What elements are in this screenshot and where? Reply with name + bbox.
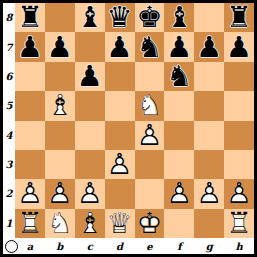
- square-b3[interactable]: [45, 150, 75, 179]
- black-queen-icon[interactable]: ♛: [105, 3, 135, 32]
- black-pawn-icon[interactable]: ♟: [194, 32, 224, 61]
- square-h4[interactable]: [224, 121, 254, 150]
- black-pawn-icon[interactable]: ♟: [75, 62, 105, 91]
- square-f5[interactable]: [164, 91, 194, 120]
- rank-label-1: 1: [3, 209, 15, 238]
- white-pawn-icon[interactable]: ♟♙: [45, 179, 75, 208]
- white-pawn-icon[interactable]: ♟♙: [194, 179, 224, 208]
- square-g2[interactable]: ♟♙: [194, 179, 224, 208]
- piece-outline-layer: ♙: [194, 179, 224, 208]
- square-d5[interactable]: [105, 91, 135, 120]
- square-a7[interactable]: ♟: [15, 32, 45, 61]
- square-b1[interactable]: ♞♘: [45, 209, 75, 238]
- black-bishop-icon[interactable]: ♝: [75, 3, 105, 32]
- square-h7[interactable]: ♟: [224, 32, 254, 61]
- square-d2[interactable]: [105, 179, 135, 208]
- square-e8[interactable]: ♚: [135, 3, 165, 32]
- black-rook-icon[interactable]: ♜: [15, 3, 45, 32]
- rank-label-2: 2: [3, 179, 15, 208]
- white-pawn-icon[interactable]: ♟♙: [135, 121, 165, 150]
- square-b6[interactable]: [45, 62, 75, 91]
- square-c7[interactable]: [75, 32, 105, 61]
- rank-label-6: 6: [3, 62, 15, 91]
- black-bishop-icon[interactable]: ♝: [164, 3, 194, 32]
- square-g5[interactable]: [194, 91, 224, 120]
- square-a2[interactable]: ♟♙: [15, 179, 45, 208]
- piece-outline-layer: ♔: [135, 209, 165, 238]
- square-b2[interactable]: ♟♙: [45, 179, 75, 208]
- white-bishop-icon[interactable]: ♝♗: [75, 209, 105, 238]
- piece-outline-layer: ♙: [45, 179, 75, 208]
- square-h2[interactable]: ♟♙: [224, 179, 254, 208]
- chess-diagram: 8♜♝♛♚♝♜7♟♟♟♞♟♟♟6♟♞5♝♗♞♘4♟♙3♟♙2♟♙♟♙♟♙♟♙♟♙…: [0, 0, 257, 257]
- piece-outline-layer: ♙: [15, 179, 45, 208]
- square-f8[interactable]: ♝: [164, 3, 194, 32]
- black-pawn-icon[interactable]: ♟: [45, 32, 75, 61]
- piece-outline-layer: ♘: [135, 91, 165, 120]
- file-label-f: f: [164, 238, 194, 254]
- square-d4[interactable]: [105, 121, 135, 150]
- square-f3[interactable]: [164, 150, 194, 179]
- piece-outline-layer: ♙: [105, 150, 135, 179]
- black-knight-icon[interactable]: ♞: [164, 62, 194, 91]
- piece-outline-layer: ♗: [45, 91, 75, 120]
- square-c5[interactable]: [75, 91, 105, 120]
- square-d8[interactable]: ♛: [105, 3, 135, 32]
- black-king-icon[interactable]: ♚: [135, 3, 165, 32]
- square-a1[interactable]: ♜♖: [15, 209, 45, 238]
- piece-outline-layer: ♗: [75, 209, 105, 238]
- file-label-a: a: [15, 238, 45, 254]
- white-king-icon[interactable]: ♚♔: [135, 209, 165, 238]
- file-label-b: b: [45, 238, 75, 254]
- square-e3[interactable]: [135, 150, 165, 179]
- square-b5[interactable]: ♝♗: [45, 91, 75, 120]
- square-f7[interactable]: ♟: [164, 32, 194, 61]
- square-g1[interactable]: [194, 209, 224, 238]
- file-label-g: g: [194, 238, 224, 254]
- file-label-c: c: [75, 238, 105, 254]
- piece-outline-layer: ♕: [105, 209, 135, 238]
- square-f1[interactable]: [164, 209, 194, 238]
- square-a5[interactable]: [15, 91, 45, 120]
- white-rook-icon[interactable]: ♜♖: [224, 209, 254, 238]
- square-b7[interactable]: ♟: [45, 32, 75, 61]
- square-c6[interactable]: ♟: [75, 62, 105, 91]
- piece-outline-layer: ♙: [135, 121, 165, 150]
- square-c1[interactable]: ♝♗: [75, 209, 105, 238]
- piece-outline-layer: ♘: [45, 209, 75, 238]
- black-pawn-icon[interactable]: ♟: [105, 32, 135, 61]
- piece-outline-layer: ♙: [224, 179, 254, 208]
- white-pawn-icon[interactable]: ♟♙: [75, 179, 105, 208]
- square-e4[interactable]: ♟♙: [135, 121, 165, 150]
- white-knight-icon[interactable]: ♞♘: [45, 209, 75, 238]
- black-rook-icon[interactable]: ♜: [224, 3, 254, 32]
- square-g7[interactable]: ♟: [194, 32, 224, 61]
- black-knight-icon[interactable]: ♞: [135, 32, 165, 61]
- white-bishop-icon[interactable]: ♝♗: [45, 91, 75, 120]
- square-b8[interactable]: [45, 3, 75, 32]
- rank-label-8: 8: [3, 3, 15, 32]
- square-c3[interactable]: [75, 150, 105, 179]
- square-e2[interactable]: [135, 179, 165, 208]
- square-h6[interactable]: [224, 62, 254, 91]
- white-pawn-icon[interactable]: ♟♙: [15, 179, 45, 208]
- rank-label-4: 4: [3, 121, 15, 150]
- rank-label-5: 5: [3, 91, 15, 120]
- square-h1[interactable]: ♜♖: [224, 209, 254, 238]
- square-d3[interactable]: ♟♙: [105, 150, 135, 179]
- white-knight-icon[interactable]: ♞♘: [135, 91, 165, 120]
- black-pawn-icon[interactable]: ♟: [164, 32, 194, 61]
- white-queen-icon[interactable]: ♛♕: [105, 209, 135, 238]
- file-label-e: e: [135, 238, 165, 254]
- white-pawn-icon[interactable]: ♟♙: [105, 150, 135, 179]
- square-f6[interactable]: ♞: [164, 62, 194, 91]
- rank-label-3: 3: [3, 150, 15, 179]
- square-f4[interactable]: [164, 121, 194, 150]
- square-g3[interactable]: [194, 150, 224, 179]
- square-c4[interactable]: [75, 121, 105, 150]
- piece-outline-layer: ♙: [75, 179, 105, 208]
- square-h8[interactable]: ♜: [224, 3, 254, 32]
- square-d7[interactable]: ♟: [105, 32, 135, 61]
- square-c8[interactable]: ♝: [75, 3, 105, 32]
- square-a3[interactable]: [15, 150, 45, 179]
- square-a4[interactable]: [15, 121, 45, 150]
- square-e1[interactable]: ♚♔: [135, 209, 165, 238]
- square-g6[interactable]: [194, 62, 224, 91]
- black-pawn-icon[interactable]: ♟: [224, 32, 254, 61]
- piece-outline-layer: ♖: [15, 209, 45, 238]
- square-g8[interactable]: [194, 3, 224, 32]
- square-g4[interactable]: [194, 121, 224, 150]
- file-label-h: h: [224, 238, 254, 254]
- white-rook-icon[interactable]: ♜♖: [15, 209, 45, 238]
- board-corner: [3, 238, 15, 254]
- square-d6[interactable]: [105, 62, 135, 91]
- square-b4[interactable]: [45, 121, 75, 150]
- square-a6[interactable]: [15, 62, 45, 91]
- square-f2[interactable]: ♟♙: [164, 179, 194, 208]
- rank-label-7: 7: [3, 32, 15, 61]
- white-pawn-icon[interactable]: ♟♙: [224, 179, 254, 208]
- square-e6[interactable]: [135, 62, 165, 91]
- square-h3[interactable]: [224, 150, 254, 179]
- square-h5[interactable]: [224, 91, 254, 120]
- square-a8[interactable]: ♜: [15, 3, 45, 32]
- white-pawn-icon[interactable]: ♟♙: [164, 179, 194, 208]
- square-e5[interactable]: ♞♘: [135, 91, 165, 120]
- black-pawn-icon[interactable]: ♟: [15, 32, 45, 61]
- square-e7[interactable]: ♞: [135, 32, 165, 61]
- square-c2[interactable]: ♟♙: [75, 179, 105, 208]
- piece-outline-layer: ♙: [164, 179, 194, 208]
- square-d1[interactable]: ♛♕: [105, 209, 135, 238]
- file-label-d: d: [105, 238, 135, 254]
- piece-outline-layer: ♖: [224, 209, 254, 238]
